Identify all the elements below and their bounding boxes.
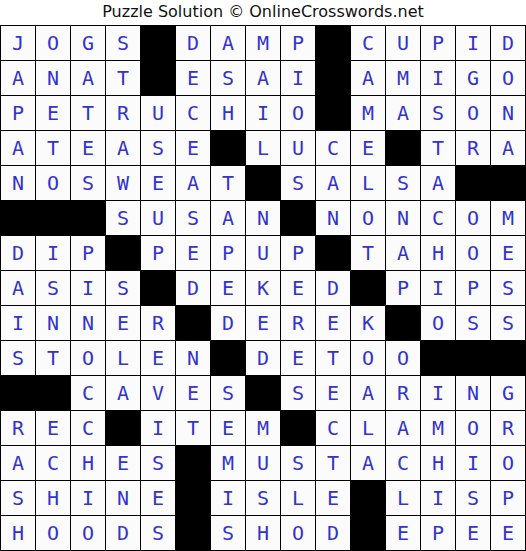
letter-cell: O	[456, 96, 490, 130]
letter-cell: R	[281, 306, 315, 340]
letter-cell: O	[36, 26, 70, 60]
block-cell	[1, 201, 35, 235]
letter-cell: D	[176, 26, 210, 60]
letter-cell: E	[141, 166, 175, 200]
letter-cell: N	[386, 201, 420, 235]
block-cell	[176, 481, 210, 515]
letter-cell: U	[246, 446, 280, 480]
letter-cell: O	[71, 341, 105, 375]
letter-cell: S	[211, 61, 245, 95]
letter-cell: N	[1, 166, 35, 200]
block-cell	[106, 236, 140, 270]
letter-cell: E	[386, 516, 420, 550]
letter-cell: P	[491, 481, 525, 515]
letter-cell: D	[176, 271, 210, 305]
letter-cell: I	[281, 61, 315, 95]
letter-cell: P	[386, 271, 420, 305]
letter-cell: A	[316, 166, 350, 200]
letter-cell: A	[421, 166, 455, 200]
letter-cell: N	[176, 341, 210, 375]
block-cell	[1, 376, 35, 410]
block-cell	[211, 131, 245, 165]
letter-cell: A	[176, 166, 210, 200]
letter-cell: S	[281, 166, 315, 200]
letter-cell: A	[71, 61, 105, 95]
block-cell	[351, 271, 385, 305]
block-cell	[141, 271, 175, 305]
letter-cell: L	[351, 166, 385, 200]
letter-cell: E	[491, 236, 525, 270]
letter-cell: I	[421, 376, 455, 410]
block-cell	[316, 61, 350, 95]
letter-cell: K	[246, 271, 280, 305]
letter-cell: S	[106, 26, 140, 60]
letter-cell: N	[246, 201, 280, 235]
block-cell	[246, 376, 280, 410]
letter-cell: W	[106, 166, 140, 200]
letter-cell: O	[456, 201, 490, 235]
letter-cell: C	[351, 26, 385, 60]
letter-cell: N	[36, 61, 70, 95]
letter-cell: C	[316, 131, 350, 165]
crossword-grid: JOGSDAMPCUPIDANATESAIAMIGOPETRUCHIOMASON…	[0, 25, 526, 551]
letter-cell: O	[36, 516, 70, 550]
letter-cell: P	[281, 26, 315, 60]
block-cell	[211, 341, 245, 375]
letter-cell: E	[176, 61, 210, 95]
letter-cell: O	[491, 61, 525, 95]
letter-cell: O	[36, 166, 70, 200]
letter-cell: S	[71, 166, 105, 200]
letter-cell: C	[386, 446, 420, 480]
letter-cell: T	[71, 96, 105, 130]
letter-cell: S	[211, 376, 245, 410]
block-cell	[106, 411, 140, 445]
letter-cell: D	[316, 516, 350, 550]
letter-cell: E	[36, 96, 70, 130]
letter-cell: M	[386, 61, 420, 95]
letter-cell: E	[176, 236, 210, 270]
letter-cell: T	[316, 341, 350, 375]
letter-cell: M	[421, 411, 455, 445]
letter-cell: I	[141, 411, 175, 445]
letter-cell: A	[211, 26, 245, 60]
letter-cell: E	[211, 271, 245, 305]
letter-cell: U	[141, 201, 175, 235]
block-cell	[491, 341, 525, 375]
letter-cell: M	[246, 26, 280, 60]
block-cell	[316, 236, 350, 270]
letter-cell: M	[246, 411, 280, 445]
letter-cell: I	[211, 481, 245, 515]
letter-cell: H	[421, 236, 455, 270]
letter-cell: T	[316, 446, 350, 480]
letter-cell: S	[456, 481, 490, 515]
letter-cell: A	[1, 271, 35, 305]
letter-cell: I	[421, 271, 455, 305]
letter-cell: S	[421, 96, 455, 130]
letter-cell: C	[176, 96, 210, 130]
letter-cell: E	[211, 411, 245, 445]
letter-cell: P	[456, 271, 490, 305]
block-cell	[386, 306, 420, 340]
letter-cell: K	[351, 306, 385, 340]
letter-cell: A	[1, 131, 35, 165]
block-cell	[71, 201, 105, 235]
letter-cell: S	[491, 271, 525, 305]
letter-cell: I	[71, 271, 105, 305]
letter-cell: N	[71, 306, 105, 340]
letter-cell: M	[351, 96, 385, 130]
letter-cell: I	[456, 26, 490, 60]
letter-cell: T	[211, 166, 245, 200]
letter-cell: G	[456, 61, 490, 95]
letter-cell: T	[36, 341, 70, 375]
letter-cell: S	[1, 481, 35, 515]
block-cell	[456, 341, 490, 375]
letter-cell: S	[1, 341, 35, 375]
letter-cell: D	[491, 26, 525, 60]
letter-cell: L	[246, 131, 280, 165]
letter-cell: S	[141, 446, 175, 480]
letter-cell: E	[316, 306, 350, 340]
letter-cell: I	[36, 236, 70, 270]
letter-cell: H	[211, 96, 245, 130]
page-title: Puzzle Solution © OnlineCrosswords.net	[0, 0, 526, 25]
letter-cell: A	[386, 236, 420, 270]
letter-cell: C	[421, 201, 455, 235]
letter-cell: S	[386, 166, 420, 200]
letter-cell: R	[141, 306, 175, 340]
block-cell	[386, 131, 420, 165]
letter-cell: A	[106, 376, 140, 410]
letter-cell: I	[456, 446, 490, 480]
letter-cell: O	[386, 341, 420, 375]
block-cell	[141, 26, 175, 60]
letter-cell: I	[1, 306, 35, 340]
letter-cell: T	[106, 61, 140, 95]
letter-cell: D	[1, 236, 35, 270]
letter-cell: P	[71, 236, 105, 270]
letter-cell: E	[351, 131, 385, 165]
letter-cell: S	[176, 201, 210, 235]
letter-cell: C	[36, 446, 70, 480]
block-cell	[36, 201, 70, 235]
letter-cell: E	[141, 481, 175, 515]
block-cell	[351, 481, 385, 515]
letter-cell: E	[281, 271, 315, 305]
letter-cell: E	[281, 341, 315, 375]
letter-cell: E	[176, 376, 210, 410]
letter-cell: N	[316, 201, 350, 235]
letter-cell: R	[1, 411, 35, 445]
letter-cell: H	[1, 516, 35, 550]
letter-cell: D	[106, 516, 140, 550]
block-cell	[176, 516, 210, 550]
letter-cell: S	[106, 271, 140, 305]
block-cell	[491, 166, 525, 200]
letter-cell: I	[421, 61, 455, 95]
letter-cell: N	[36, 306, 70, 340]
letter-cell: O	[456, 411, 490, 445]
letter-cell: R	[491, 411, 525, 445]
letter-cell: O	[351, 201, 385, 235]
letter-cell: T	[351, 236, 385, 270]
block-cell	[176, 446, 210, 480]
letter-cell: T	[421, 131, 455, 165]
letter-cell: H	[421, 446, 455, 480]
letter-cell: J	[1, 26, 35, 60]
letter-cell: D	[316, 271, 350, 305]
block-cell	[456, 166, 490, 200]
letter-cell: E	[141, 341, 175, 375]
letter-cell: A	[211, 201, 245, 235]
letter-cell: S	[456, 306, 490, 340]
letter-cell: P	[211, 236, 245, 270]
letter-cell: R	[456, 131, 490, 165]
letter-cell: N	[456, 376, 490, 410]
letter-cell: P	[141, 236, 175, 270]
letter-cell: L	[351, 411, 385, 445]
letter-cell: P	[421, 516, 455, 550]
letter-cell: P	[421, 26, 455, 60]
letter-cell: E	[456, 516, 490, 550]
letter-cell: D	[246, 341, 280, 375]
block-cell	[281, 411, 315, 445]
letter-cell: A	[351, 446, 385, 480]
letter-cell: S	[281, 376, 315, 410]
letter-cell: U	[281, 131, 315, 165]
block-cell	[36, 376, 70, 410]
letter-cell: L	[106, 341, 140, 375]
letter-cell: V	[141, 376, 175, 410]
letter-cell: E	[246, 306, 280, 340]
letter-cell: I	[71, 481, 105, 515]
letter-cell: A	[246, 61, 280, 95]
letter-cell: C	[71, 376, 105, 410]
letter-cell: S	[36, 271, 70, 305]
letter-cell: D	[211, 306, 245, 340]
letter-cell: S	[106, 201, 140, 235]
block-cell	[316, 26, 350, 60]
letter-cell: R	[386, 376, 420, 410]
letter-cell: E	[316, 376, 350, 410]
letter-cell: S	[246, 481, 280, 515]
letter-cell: G	[491, 376, 525, 410]
letter-cell: O	[421, 306, 455, 340]
letter-cell: U	[141, 96, 175, 130]
letter-cell: E	[176, 131, 210, 165]
letter-cell: A	[491, 131, 525, 165]
block-cell	[176, 306, 210, 340]
letter-cell: N	[491, 96, 525, 130]
letter-cell: H	[36, 481, 70, 515]
letter-cell: O	[456, 236, 490, 270]
letter-cell: C	[71, 411, 105, 445]
letter-cell: O	[351, 341, 385, 375]
letter-cell: L	[386, 481, 420, 515]
letter-cell: S	[491, 306, 525, 340]
block-cell	[246, 166, 280, 200]
letter-cell: I	[246, 96, 280, 130]
block-cell	[421, 341, 455, 375]
letter-cell: C	[316, 411, 350, 445]
letter-cell: E	[316, 481, 350, 515]
letter-cell: T	[36, 131, 70, 165]
letter-cell: E	[36, 411, 70, 445]
puzzle-solution-page: Puzzle Solution © OnlineCrosswords.net J…	[0, 0, 526, 551]
letter-cell: P	[281, 236, 315, 270]
letter-cell: S	[141, 131, 175, 165]
letter-cell: O	[71, 516, 105, 550]
letter-cell: A	[351, 376, 385, 410]
letter-cell: H	[71, 446, 105, 480]
letter-cell: M	[491, 201, 525, 235]
letter-cell: S	[211, 516, 245, 550]
letter-cell: P	[1, 96, 35, 130]
letter-cell: E	[491, 516, 525, 550]
letter-cell: U	[386, 26, 420, 60]
letter-cell: A	[386, 411, 420, 445]
letter-cell: E	[106, 446, 140, 480]
letter-cell: L	[281, 481, 315, 515]
block-cell	[281, 201, 315, 235]
letter-cell: A	[106, 131, 140, 165]
letter-cell: A	[351, 61, 385, 95]
letter-cell: N	[106, 481, 140, 515]
letter-cell: E	[106, 306, 140, 340]
letter-cell: G	[71, 26, 105, 60]
letter-cell: A	[1, 446, 35, 480]
letter-cell: E	[71, 131, 105, 165]
block-cell	[316, 96, 350, 130]
letter-cell: H	[246, 516, 280, 550]
letter-cell: S	[141, 516, 175, 550]
letter-cell: I	[421, 481, 455, 515]
letter-cell: M	[211, 446, 245, 480]
letter-cell: T	[176, 411, 210, 445]
letter-cell: O	[281, 96, 315, 130]
block-cell	[141, 61, 175, 95]
letter-cell: R	[106, 96, 140, 130]
letter-cell: O	[281, 516, 315, 550]
letter-cell: A	[386, 96, 420, 130]
letter-cell: A	[1, 61, 35, 95]
letter-cell: U	[246, 236, 280, 270]
letter-cell: O	[491, 446, 525, 480]
block-cell	[351, 516, 385, 550]
letter-cell: S	[281, 446, 315, 480]
